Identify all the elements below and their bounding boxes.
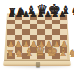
white-rook-a1[interactable]: ♜: [6, 49, 15, 59]
white-queen-d1[interactable]: ♛: [34, 45, 46, 58]
white-king-e1[interactable]: ♚: [46, 45, 58, 59]
white-bishop-c1[interactable]: ♝: [24, 47, 34, 59]
white-pawn-a2[interactable]: ♟: [7, 40, 15, 49]
white-bishop-f1[interactable]: ♝: [58, 47, 68, 59]
black-pawn-b7[interactable]: ♟: [15, 11, 22, 19]
chess-set-photo: ♜♞♝♛♚♝♞♜ ♟♟♟♟♟♟♟♟ ♟♟♟♟♟♟♟♟ ♜♞♝♛♚♝♞♜: [0, 0, 74, 74]
rank-1-white-back-pieces: ♜♞♝♛♚♝♞♜: [6, 44, 68, 58]
clasp-latch-icon: [36, 62, 40, 67]
black-pawn-g7[interactable]: ♟: [52, 11, 59, 19]
black-knight-g8[interactable]: ♞: [71, 6, 74, 17]
black-pawn-a7[interactable]: ♟: [8, 11, 15, 19]
white-knight-b1[interactable]: ♞: [15, 48, 24, 59]
black-pawn-f7[interactable]: ♟: [44, 11, 51, 19]
rank-7-black-pawns: ♟♟♟♟♟♟♟♟: [8, 9, 66, 19]
black-pawn-h7[interactable]: ♟: [59, 11, 66, 19]
black-pawn-d7[interactable]: ♟: [30, 11, 37, 19]
black-pawn-c7[interactable]: ♟: [23, 11, 30, 19]
black-pawn-e7[interactable]: ♟: [37, 11, 44, 19]
white-knight-g1[interactable]: ♞: [68, 48, 74, 59]
